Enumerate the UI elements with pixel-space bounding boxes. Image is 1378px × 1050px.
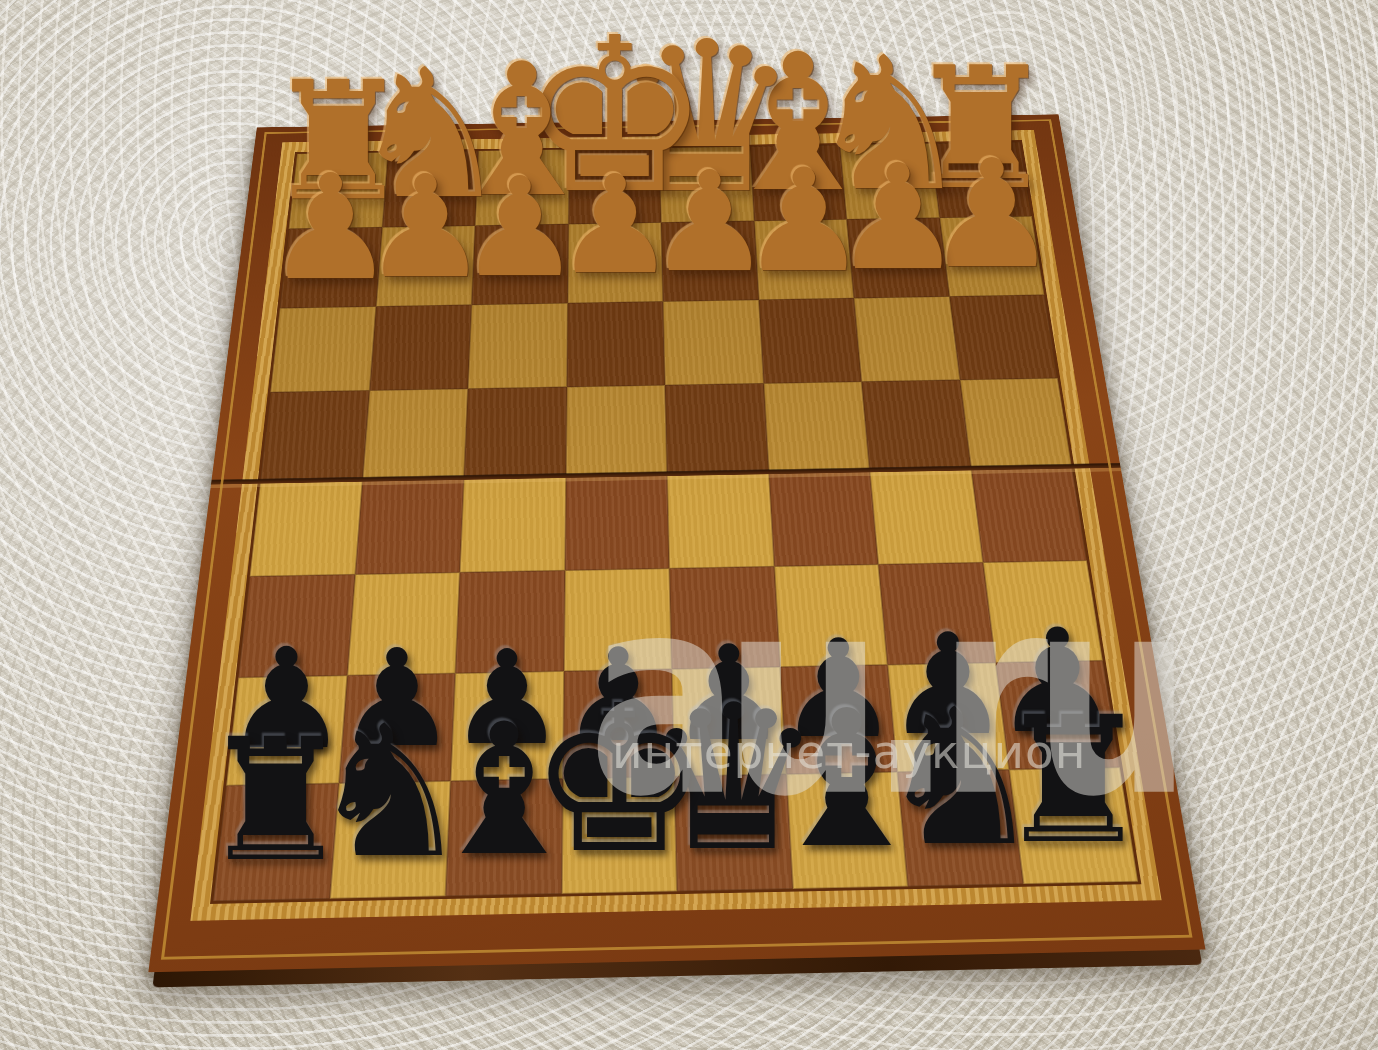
- square-f7: [451, 671, 564, 781]
- square-g7: [338, 673, 455, 783]
- square-f4: [464, 387, 567, 478]
- square-f6: [455, 570, 564, 673]
- square-b4: [862, 380, 971, 470]
- square-h5: [250, 480, 363, 577]
- square-d2: [661, 221, 758, 302]
- square-e1: [568, 148, 661, 224]
- square-d1: [659, 146, 754, 222]
- square-h4: [260, 390, 369, 481]
- square-h6: [238, 574, 354, 677]
- square-f3: [468, 303, 567, 389]
- square-c3: [758, 298, 861, 383]
- square-d3: [663, 300, 763, 385]
- square-f2: [472, 224, 569, 305]
- square-g5: [355, 478, 464, 575]
- square-c2: [754, 219, 854, 299]
- square-a3: [949, 295, 1057, 380]
- square-c4: [763, 382, 869, 472]
- square-f5: [460, 476, 566, 573]
- square-e2: [567, 222, 663, 303]
- square-a1: [930, 142, 1032, 218]
- square-b2: [847, 218, 950, 298]
- square-b3: [854, 296, 960, 381]
- square-h2: [280, 227, 382, 308]
- square-e3: [566, 301, 664, 386]
- square-g3: [369, 305, 471, 391]
- square-h1: [289, 152, 388, 229]
- square-h8: [213, 783, 338, 901]
- square-h7: [226, 675, 347, 785]
- square-d4: [665, 383, 768, 474]
- square-g4: [362, 389, 468, 480]
- square-g6: [347, 572, 460, 675]
- watermark-logo: au.ru: [588, 560, 1177, 835]
- square-c1: [750, 145, 847, 221]
- square-g8: [329, 781, 450, 899]
- square-g1: [382, 151, 478, 227]
- square-a2: [939, 216, 1044, 296]
- square-e4: [566, 385, 667, 476]
- square-b1: [840, 143, 939, 219]
- square-g2: [376, 226, 475, 307]
- square-a4: [960, 378, 1072, 468]
- square-f1: [475, 149, 569, 225]
- watermark-subtitle: интернет-аукцион: [612, 728, 1086, 775]
- square-f8: [445, 779, 562, 897]
- square-h3: [270, 306, 375, 392]
- photo-scene: ♜♞♝♚♛♝♞♜♟♟♟♟♟♟♟♟♟♟♟♟♟♟♟♟♜♞♝♚♛♝♞♜ au.ru и…: [0, 0, 1378, 1050]
